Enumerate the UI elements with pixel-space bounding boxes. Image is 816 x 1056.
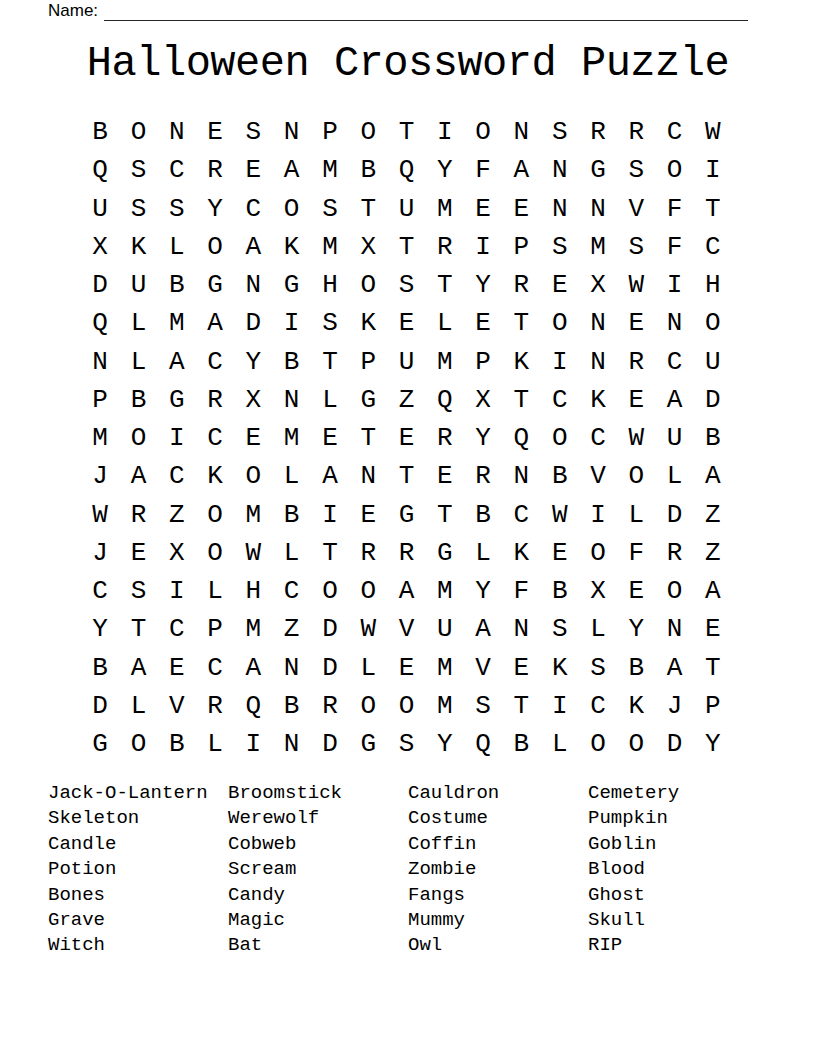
grid-cell-l15: E: [502, 649, 540, 687]
word-item: Cemetery: [588, 781, 768, 806]
grid-cell-g12: T: [311, 534, 349, 572]
grid-cell-a9: M: [81, 419, 119, 457]
grid-cell-f4: K: [272, 228, 310, 266]
grid-cell-o9: W: [617, 419, 655, 457]
grid-cell-a10: J: [81, 457, 119, 495]
grid-cell-e2: E: [234, 151, 272, 189]
grid-cell-q17: Y: [694, 725, 732, 763]
grid-cell-k15: V: [464, 649, 502, 687]
word-item: Broomstick: [228, 781, 408, 806]
grid-cell-b17: O: [119, 725, 157, 763]
grid-cell-j13: M: [426, 572, 464, 610]
grid-cell-m5: E: [541, 266, 579, 304]
grid-cell-g15: D: [311, 649, 349, 687]
grid-cell-m2: N: [541, 151, 579, 189]
grid-cell-j9: R: [426, 419, 464, 457]
word-item: Skull: [588, 908, 768, 933]
grid-cell-l8: T: [502, 381, 540, 419]
word-list: Jack-O-LanternSkeletonCandlePotionBonesG…: [48, 781, 770, 959]
grid-cell-k4: I: [464, 228, 502, 266]
grid-cell-m10: B: [541, 457, 579, 495]
grid-cell-a7: N: [81, 343, 119, 381]
grid-cell-l3: E: [502, 190, 540, 228]
grid-cell-h13: O: [349, 572, 387, 610]
grid-cell-k1: O: [464, 113, 502, 151]
grid-cell-p7: C: [655, 343, 693, 381]
word-item: Skeleton: [48, 806, 228, 831]
grid-cell-o5: W: [617, 266, 655, 304]
name-label: Name:: [48, 2, 98, 21]
grid-cell-p10: L: [655, 457, 693, 495]
grid-cell-h11: E: [349, 496, 387, 534]
grid-cell-k16: S: [464, 687, 502, 725]
grid-cell-k9: Y: [464, 419, 502, 457]
word-item: Cobweb: [228, 832, 408, 857]
grid-cell-c13: I: [158, 572, 196, 610]
grid-cell-j1: I: [426, 113, 464, 151]
grid-cell-n9: C: [579, 419, 617, 457]
grid-cell-l4: P: [502, 228, 540, 266]
grid-cell-n16: C: [579, 687, 617, 725]
name-row: Name:: [48, 2, 748, 21]
grid-cell-k10: R: [464, 457, 502, 495]
grid-cell-i7: U: [387, 343, 425, 381]
grid-cell-p5: I: [655, 266, 693, 304]
word-list-column-4: CemeteryPumpkinGoblinBloodGhostSkullRIP: [588, 781, 768, 959]
grid-cell-m4: S: [541, 228, 579, 266]
grid-cell-c3: S: [158, 190, 196, 228]
grid-cell-c6: M: [158, 304, 196, 342]
grid-cell-p2: O: [655, 151, 693, 189]
grid-cell-c10: C: [158, 457, 196, 495]
grid-cell-c14: C: [158, 610, 196, 648]
grid-cell-m1: S: [541, 113, 579, 151]
grid-cell-e6: D: [234, 304, 272, 342]
grid-cell-d3: Y: [196, 190, 234, 228]
grid-cell-m9: O: [541, 419, 579, 457]
grid-cell-l14: N: [502, 610, 540, 648]
grid-cell-p3: F: [655, 190, 693, 228]
grid-cell-q1: W: [694, 113, 732, 151]
word-item: Witch: [48, 933, 228, 958]
grid-cell-h7: P: [349, 343, 387, 381]
grid-cell-j16: M: [426, 687, 464, 725]
grid-cell-i13: A: [387, 572, 425, 610]
grid-cell-p8: A: [655, 381, 693, 419]
grid-cell-o1: R: [617, 113, 655, 151]
grid-cell-h9: T: [349, 419, 387, 457]
grid-cell-n12: O: [579, 534, 617, 572]
grid-cell-b3: S: [119, 190, 157, 228]
grid-cell-n7: N: [579, 343, 617, 381]
grid-cell-q2: I: [694, 151, 732, 189]
grid-cell-g11: I: [311, 496, 349, 534]
grid-cell-p17: D: [655, 725, 693, 763]
grid-cell-j17: Y: [426, 725, 464, 763]
grid-cell-p4: F: [655, 228, 693, 266]
grid-cell-j10: E: [426, 457, 464, 495]
grid-cell-k14: A: [464, 610, 502, 648]
grid-cell-f11: B: [272, 496, 310, 534]
grid-cell-o17: O: [617, 725, 655, 763]
grid-cell-j8: Q: [426, 381, 464, 419]
grid-cell-c7: A: [158, 343, 196, 381]
grid-cell-n2: G: [579, 151, 617, 189]
grid-cell-a4: X: [81, 228, 119, 266]
grid-cell-o7: R: [617, 343, 655, 381]
grid-cell-o15: B: [617, 649, 655, 687]
grid-cell-k2: F: [464, 151, 502, 189]
grid-cell-c5: B: [158, 266, 196, 304]
grid-cell-q5: H: [694, 266, 732, 304]
grid-cell-f6: I: [272, 304, 310, 342]
grid-cell-h15: L: [349, 649, 387, 687]
grid-cell-o2: S: [617, 151, 655, 189]
grid-cell-b11: R: [119, 496, 157, 534]
grid-cell-j2: Y: [426, 151, 464, 189]
grid-cell-c16: V: [158, 687, 196, 725]
grid-cell-e9: E: [234, 419, 272, 457]
grid-cell-b4: K: [119, 228, 157, 266]
grid-cell-i4: T: [387, 228, 425, 266]
grid-cell-k13: Y: [464, 572, 502, 610]
grid-cell-q9: B: [694, 419, 732, 457]
word-item: Potion: [48, 857, 228, 882]
grid-cell-q15: T: [694, 649, 732, 687]
name-blank-line: [104, 5, 748, 21]
grid-cell-g1: P: [311, 113, 349, 151]
grid-cell-e3: C: [234, 190, 272, 228]
word-item: Fangs: [408, 883, 588, 908]
word-item: Mummy: [408, 908, 588, 933]
grid-cell-d13: L: [196, 572, 234, 610]
grid-cell-m14: S: [541, 610, 579, 648]
grid-cell-g2: M: [311, 151, 349, 189]
grid-cell-k3: E: [464, 190, 502, 228]
grid-cell-m15: K: [541, 649, 579, 687]
grid-cell-o10: O: [617, 457, 655, 495]
grid-cell-b6: L: [119, 304, 157, 342]
grid-cell-a12: J: [81, 534, 119, 572]
grid-cell-k8: X: [464, 381, 502, 419]
grid-cell-p12: R: [655, 534, 693, 572]
grid-cell-p16: J: [655, 687, 693, 725]
grid-cell-g13: O: [311, 572, 349, 610]
grid-cell-j4: R: [426, 228, 464, 266]
grid-cell-k7: P: [464, 343, 502, 381]
grid-cell-d8: R: [196, 381, 234, 419]
grid-cell-l5: R: [502, 266, 540, 304]
grid-cell-n6: N: [579, 304, 617, 342]
grid-cell-i5: S: [387, 266, 425, 304]
word-item: Candy: [228, 883, 408, 908]
grid-cell-o3: V: [617, 190, 655, 228]
grid-cell-e11: M: [234, 496, 272, 534]
grid-cell-a16: D: [81, 687, 119, 725]
grid-cell-n10: V: [579, 457, 617, 495]
grid-cell-g17: D: [311, 725, 349, 763]
grid-cell-n8: K: [579, 381, 617, 419]
grid-cell-g9: E: [311, 419, 349, 457]
grid-cell-b14: T: [119, 610, 157, 648]
grid-cell-h8: G: [349, 381, 387, 419]
grid-cell-f14: Z: [272, 610, 310, 648]
grid-cell-f9: M: [272, 419, 310, 457]
grid-cell-k17: Q: [464, 725, 502, 763]
grid-cell-h10: N: [349, 457, 387, 495]
grid-cell-q8: D: [694, 381, 732, 419]
grid-cell-l7: K: [502, 343, 540, 381]
word-item: Cauldron: [408, 781, 588, 806]
grid-cell-b10: A: [119, 457, 157, 495]
grid-cell-j3: M: [426, 190, 464, 228]
grid-cell-e7: Y: [234, 343, 272, 381]
grid-cell-j11: T: [426, 496, 464, 534]
grid-cell-h16: O: [349, 687, 387, 725]
grid-cell-d1: E: [196, 113, 234, 151]
grid-cell-m7: I: [541, 343, 579, 381]
grid-cell-e16: Q: [234, 687, 272, 725]
word-item: Werewolf: [228, 806, 408, 831]
grid-cell-a5: D: [81, 266, 119, 304]
grid-cell-b2: S: [119, 151, 157, 189]
grid-cell-i11: G: [387, 496, 425, 534]
grid-cell-k12: L: [464, 534, 502, 572]
grid-cell-a1: B: [81, 113, 119, 151]
grid-cell-f5: G: [272, 266, 310, 304]
word-item: Scream: [228, 857, 408, 882]
grid-cell-l11: C: [502, 496, 540, 534]
grid-cell-j5: T: [426, 266, 464, 304]
grid-cell-o11: L: [617, 496, 655, 534]
grid-cell-e8: X: [234, 381, 272, 419]
grid-cell-f1: N: [272, 113, 310, 151]
grid-cell-i14: V: [387, 610, 425, 648]
grid-cell-h12: R: [349, 534, 387, 572]
grid-cell-i3: U: [387, 190, 425, 228]
word-item: Pumpkin: [588, 806, 768, 831]
grid-cell-c11: Z: [158, 496, 196, 534]
grid-cell-p15: A: [655, 649, 693, 687]
grid-cell-q6: O: [694, 304, 732, 342]
grid-cell-d12: O: [196, 534, 234, 572]
grid-cell-m8: C: [541, 381, 579, 419]
grid-cell-q16: P: [694, 687, 732, 725]
grid-cell-e12: W: [234, 534, 272, 572]
grid-cell-f12: L: [272, 534, 310, 572]
grid-cell-a15: B: [81, 649, 119, 687]
letter-grid: BONESNPOTIONSRRCWQSCREAMBQYFANGSOIUSSYCO…: [81, 113, 732, 763]
grid-cell-a13: C: [81, 572, 119, 610]
grid-cell-a6: Q: [81, 304, 119, 342]
word-item: Costume: [408, 806, 588, 831]
grid-cell-n5: X: [579, 266, 617, 304]
grid-cell-l2: A: [502, 151, 540, 189]
grid-cell-h4: X: [349, 228, 387, 266]
grid-cell-b13: S: [119, 572, 157, 610]
grid-cell-m6: O: [541, 304, 579, 342]
word-item: Ghost: [588, 883, 768, 908]
grid-cell-q14: E: [694, 610, 732, 648]
grid-cell-c17: B: [158, 725, 196, 763]
word-item: Bat: [228, 933, 408, 958]
grid-cell-g7: T: [311, 343, 349, 381]
grid-cell-d10: K: [196, 457, 234, 495]
grid-cell-i12: R: [387, 534, 425, 572]
grid-cell-g3: S: [311, 190, 349, 228]
grid-cell-d15: C: [196, 649, 234, 687]
grid-cell-g4: M: [311, 228, 349, 266]
word-item: RIP: [588, 933, 768, 958]
grid-cell-m16: I: [541, 687, 579, 725]
grid-cell-f10: L: [272, 457, 310, 495]
grid-cell-f17: N: [272, 725, 310, 763]
grid-cell-k5: Y: [464, 266, 502, 304]
puzzle-title: Halloween Crossword Puzzle: [0, 40, 816, 88]
grid-cell-g5: H: [311, 266, 349, 304]
grid-cell-e17: I: [234, 725, 272, 763]
grid-cell-p1: C: [655, 113, 693, 151]
grid-cell-m3: N: [541, 190, 579, 228]
grid-cell-a3: U: [81, 190, 119, 228]
grid-cell-l13: F: [502, 572, 540, 610]
grid-cell-d16: R: [196, 687, 234, 725]
grid-cell-h3: T: [349, 190, 387, 228]
word-item: Magic: [228, 908, 408, 933]
grid-cell-e15: A: [234, 649, 272, 687]
grid-cell-o12: F: [617, 534, 655, 572]
grid-cell-h5: O: [349, 266, 387, 304]
grid-cell-n11: I: [579, 496, 617, 534]
grid-cell-l12: K: [502, 534, 540, 572]
grid-cell-i6: E: [387, 304, 425, 342]
grid-cell-e14: M: [234, 610, 272, 648]
grid-cell-k11: B: [464, 496, 502, 534]
grid-cell-i15: E: [387, 649, 425, 687]
grid-cell-l6: T: [502, 304, 540, 342]
grid-cell-i2: Q: [387, 151, 425, 189]
grid-cell-f2: A: [272, 151, 310, 189]
grid-cell-j15: M: [426, 649, 464, 687]
grid-cell-e13: H: [234, 572, 272, 610]
grid-cell-l17: B: [502, 725, 540, 763]
grid-cell-a2: Q: [81, 151, 119, 189]
grid-cell-l9: Q: [502, 419, 540, 457]
grid-cell-h1: O: [349, 113, 387, 151]
grid-cell-l10: N: [502, 457, 540, 495]
grid-cell-q4: C: [694, 228, 732, 266]
grid-cell-d2: R: [196, 151, 234, 189]
grid-cell-n3: N: [579, 190, 617, 228]
grid-cell-f13: C: [272, 572, 310, 610]
grid-cell-b12: E: [119, 534, 157, 572]
grid-cell-o6: E: [617, 304, 655, 342]
grid-cell-i10: T: [387, 457, 425, 495]
grid-cell-f7: B: [272, 343, 310, 381]
grid-cell-c2: C: [158, 151, 196, 189]
grid-cell-n1: R: [579, 113, 617, 151]
grid-cell-f8: N: [272, 381, 310, 419]
grid-cell-c15: E: [158, 649, 196, 687]
grid-cell-e4: A: [234, 228, 272, 266]
grid-cell-c4: L: [158, 228, 196, 266]
grid-cell-l1: N: [502, 113, 540, 151]
grid-cell-n17: O: [579, 725, 617, 763]
grid-cell-d14: P: [196, 610, 234, 648]
grid-cell-p9: U: [655, 419, 693, 457]
grid-cell-p14: N: [655, 610, 693, 648]
grid-cell-d4: O: [196, 228, 234, 266]
grid-cell-q10: A: [694, 457, 732, 495]
word-item: Jack-O-Lantern: [48, 781, 228, 806]
grid-cell-n15: S: [579, 649, 617, 687]
grid-cell-g6: S: [311, 304, 349, 342]
worksheet-page: Name: Halloween Crossword Puzzle BONESNP…: [0, 0, 816, 1056]
grid-cell-g10: A: [311, 457, 349, 495]
grid-cell-o4: S: [617, 228, 655, 266]
grid-cell-g14: D: [311, 610, 349, 648]
grid-cell-b9: O: [119, 419, 157, 457]
grid-cell-n13: X: [579, 572, 617, 610]
grid-cell-o14: Y: [617, 610, 655, 648]
word-list-column-3: CauldronCostumeCoffinZombieFangsMummyOwl: [408, 781, 588, 959]
grid-cell-d11: O: [196, 496, 234, 534]
grid-cell-m11: W: [541, 496, 579, 534]
grid-cell-l16: T: [502, 687, 540, 725]
grid-cell-b16: L: [119, 687, 157, 725]
word-item: Candle: [48, 832, 228, 857]
grid-cell-o13: E: [617, 572, 655, 610]
grid-cell-n14: L: [579, 610, 617, 648]
grid-cell-a14: Y: [81, 610, 119, 648]
word-item: Grave: [48, 908, 228, 933]
grid-cell-q7: U: [694, 343, 732, 381]
grid-cell-f15: N: [272, 649, 310, 687]
grid-cell-m12: E: [541, 534, 579, 572]
grid-cell-b8: B: [119, 381, 157, 419]
grid-cell-b15: A: [119, 649, 157, 687]
grid-cell-b1: O: [119, 113, 157, 151]
grid-cell-h17: G: [349, 725, 387, 763]
word-item: Zombie: [408, 857, 588, 882]
grid-cell-f3: O: [272, 190, 310, 228]
grid-cell-h6: K: [349, 304, 387, 342]
grid-cell-i1: T: [387, 113, 425, 151]
grid-cell-c12: X: [158, 534, 196, 572]
grid-cell-q11: Z: [694, 496, 732, 534]
grid-cell-p6: N: [655, 304, 693, 342]
grid-cell-n4: M: [579, 228, 617, 266]
grid-cell-a17: G: [81, 725, 119, 763]
word-list-column-2: BroomstickWerewolfCobwebScreamCandyMagic…: [228, 781, 408, 959]
grid-cell-e5: N: [234, 266, 272, 304]
grid-cell-j12: G: [426, 534, 464, 572]
grid-cell-d5: G: [196, 266, 234, 304]
grid-cell-o16: K: [617, 687, 655, 725]
grid-cell-a11: W: [81, 496, 119, 534]
grid-cell-e10: O: [234, 457, 272, 495]
grid-cell-m13: B: [541, 572, 579, 610]
grid-cell-f16: B: [272, 687, 310, 725]
grid-cell-j6: L: [426, 304, 464, 342]
grid-cell-c8: G: [158, 381, 196, 419]
grid-cell-e1: S: [234, 113, 272, 151]
grid-cell-i9: E: [387, 419, 425, 457]
grid-cell-o8: E: [617, 381, 655, 419]
grid-cell-q12: Z: [694, 534, 732, 572]
grid-cell-k6: E: [464, 304, 502, 342]
grid-cell-j7: M: [426, 343, 464, 381]
